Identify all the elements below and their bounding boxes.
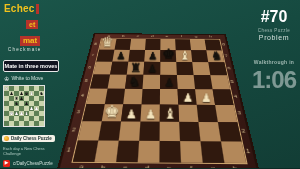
white-king-b3[interactable]: ♚ [104, 104, 119, 121]
file-label-bottom-d: d [136, 164, 158, 168]
board-square-b8[interactable] [114, 39, 131, 50]
logo-row: Echec [4, 4, 62, 14]
youtube-icon: ▶ [3, 160, 10, 167]
side-to-move-text: White to Move [11, 75, 43, 81]
board-square-d3[interactable]: ♟ [140, 104, 160, 121]
board-square-g4[interactable]: ♟ [195, 89, 215, 105]
file-label-bottom-b: b [92, 164, 115, 168]
board-square-d4[interactable] [142, 89, 161, 105]
board-square-c8[interactable] [130, 39, 146, 50]
logo-red-bar [36, 4, 39, 14]
left-sidebar: Echec et mat Checkmate Mate in three mov… [0, 0, 62, 168]
logo-text-mat: mat [20, 36, 40, 46]
black-knight-c5[interactable]: ♞ [128, 75, 140, 88]
social-links: ▶c/DailyChessPuzzlefdailychesspuzzles◉da… [3, 160, 62, 169]
board-square-b3[interactable]: ♚ [102, 104, 123, 121]
puzzle-number: #70 [248, 8, 300, 26]
board-square-e6[interactable] [160, 62, 177, 75]
file-label-bottom-g: g [202, 164, 225, 168]
board-frame: ♛♟♟♚♝♞♜♟♞♟♟♟♚♟♟♝ aabbccddeeffgghh8877665… [59, 34, 258, 168]
board-square-g5[interactable] [194, 75, 213, 89]
board-square-h3[interactable] [215, 105, 237, 122]
board-square-h6[interactable] [208, 62, 227, 75]
tagline-text: Each day a New Chess Challenge [3, 146, 62, 156]
board-square-c1[interactable] [116, 141, 139, 163]
board-square-b6[interactable] [110, 62, 128, 75]
rank-label-left-5: 5 [83, 74, 89, 88]
board-square-d5[interactable] [143, 75, 161, 89]
file-label-top-h: h [203, 36, 218, 38]
board-square-e2[interactable] [160, 122, 180, 141]
white-bishop-f7[interactable]: ♝ [179, 49, 190, 61]
board-square-c2[interactable] [119, 122, 141, 141]
board-square-f2[interactable] [179, 122, 200, 141]
board-square-b5[interactable] [108, 75, 127, 89]
channel-logo: Echec et mat Checkmate [0, 0, 62, 53]
walkthrough-label: Walkthrough in [248, 59, 300, 65]
chess-board-3d: ♛♟♟♚♝♞♜♟♞♟♟♟♚♟♟♝ aabbccddeeffgghh8877665… [56, 0, 262, 168]
black-pawn-d6[interactable]: ♟ [147, 64, 157, 75]
black-pawn-e5[interactable]: ♟ [164, 77, 174, 88]
board-square-d6[interactable]: ♟ [143, 62, 160, 75]
board-square-c3[interactable]: ♟ [121, 104, 141, 121]
board-square-f4[interactable]: ♟ [178, 89, 197, 105]
board-square-e4[interactable] [160, 89, 178, 105]
black-rook-c6[interactable]: ♜ [129, 61, 141, 74]
board-square-d7[interactable]: ♟ [144, 50, 160, 62]
board-square-h4[interactable] [213, 89, 234, 105]
board-square-d8[interactable] [145, 39, 160, 50]
white-pawn-f4[interactable]: ♟ [182, 92, 193, 104]
board-square-h5[interactable] [210, 75, 230, 89]
file-label-bottom-f: f [180, 164, 202, 168]
board-square-e1[interactable] [159, 141, 181, 163]
logo-text-echec: Echec [4, 4, 34, 14]
board-square-f1[interactable] [180, 141, 203, 163]
file-label-bottom-a: a [70, 163, 93, 168]
file-label-top-g: g [189, 36, 204, 38]
board-square-d2[interactable] [139, 122, 160, 141]
mini-board-diagram: ♛♟♟♚♝♞♜♟♞♟♟♟♚♟♟♝ [3, 85, 45, 127]
board-square-f7[interactable]: ♝ [176, 50, 193, 62]
white-pawn-d3[interactable]: ♟ [144, 109, 155, 121]
walkthrough-timer: 1:06 [248, 66, 300, 94]
board-square-b1[interactable] [95, 141, 119, 163]
rank-label-left-8: 8 [93, 38, 98, 49]
board-square-d1[interactable] [138, 141, 160, 163]
social-row-youtube[interactable]: ▶c/DailyChessPuzzle [3, 160, 62, 167]
board-square-f5[interactable] [177, 75, 195, 89]
board-square-b2[interactable] [98, 121, 121, 140]
board-square-e7[interactable]: ♚ [160, 50, 176, 62]
board-square-c4[interactable] [123, 89, 142, 105]
file-label-top-c: c [130, 35, 145, 37]
board-square-a1[interactable] [73, 140, 98, 162]
logo-text-et: et [26, 20, 38, 29]
board-square-f6[interactable] [176, 62, 193, 75]
file-label-bottom-e: e [158, 164, 180, 168]
board-square-e5[interactable]: ♟ [160, 75, 178, 89]
board-grid: ♛♟♟♚♝♞♜♟♞♟♟♟♚♟♟♝ [71, 38, 247, 164]
board-square-e3[interactable]: ♝ [160, 105, 179, 122]
black-pawn-d7[interactable]: ♟ [148, 51, 157, 61]
board-square-c6[interactable]: ♜ [127, 62, 145, 75]
white-queen-a8[interactable]: ♛ [101, 36, 113, 49]
file-label-bottom-c: c [114, 164, 137, 168]
board-square-a6[interactable] [93, 62, 112, 75]
file-label-top-d: d [145, 35, 160, 37]
youtube-handle: c/DailyChessPuzzle [13, 161, 53, 166]
puzzle-label-small: Chess Puzzle [248, 28, 300, 33]
black-king-e7[interactable]: ♚ [162, 48, 175, 62]
daily-chess-puzzle-badge: Daily Chess Puzzle [2, 135, 55, 142]
white-king-icon: ♔ [4, 75, 9, 82]
board-square-c5[interactable]: ♞ [125, 75, 143, 89]
file-label-top-f: f [174, 35, 189, 37]
puzzle-label-large: Problem [248, 34, 300, 41]
board-square-f3[interactable] [178, 105, 198, 122]
mate-in-three-badge: Mate in three moves [3, 60, 59, 72]
logo-subtitle: Checkmate [8, 48, 62, 53]
white-pawn-c3[interactable]: ♟ [125, 108, 136, 120]
black-knight-h7[interactable]: ♞ [211, 50, 222, 62]
white-bishop-e3[interactable]: ♝ [163, 106, 176, 121]
board-square-a5[interactable] [90, 74, 110, 88]
daily-badge-text: Daily Chess Puzzle [11, 136, 52, 141]
board-square-b7[interactable]: ♟ [112, 50, 129, 62]
rank-label-left-6: 6 [87, 61, 93, 74]
file-label-top-b: b [116, 35, 131, 37]
right-panel: #70 Chess Puzzle Problem Walkthrough in … [248, 0, 300, 168]
file-label-bottom-h: h [223, 165, 246, 168]
mini-square-h1 [39, 121, 44, 126]
daily-puzzle-icon [4, 136, 9, 141]
file-label-top-e: e [160, 35, 175, 37]
side-to-move-label: ♔ White to Move [4, 75, 62, 82]
board-square-h1[interactable] [221, 141, 246, 163]
black-pawn-b7[interactable]: ♟ [116, 51, 125, 61]
white-pawn-g4[interactable]: ♟ [200, 92, 211, 104]
thumbnail-canvas: Echec et mat Checkmate Mate in three mov… [0, 0, 300, 168]
board-square-h7[interactable]: ♞ [206, 50, 224, 62]
rank-label-left-7: 7 [90, 49, 96, 61]
board-square-h2[interactable] [218, 122, 242, 141]
